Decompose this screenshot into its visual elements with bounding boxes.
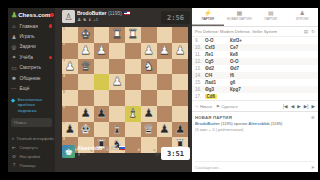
square-g7[interactable]: ♚ bbox=[78, 122, 94, 138]
move-number: 10. bbox=[195, 45, 205, 50]
white-queen[interactable]: ♛ bbox=[78, 59, 94, 74]
square-h2[interactable]: 2 bbox=[62, 43, 78, 59]
move-row: 12.Сg5O-O bbox=[192, 58, 318, 65]
задачи-icon: ◎ bbox=[11, 44, 17, 50]
opening-name-row: Pirc Defense: Modern Defense, Geller Sys… bbox=[192, 27, 318, 37]
square-a6[interactable] bbox=[172, 106, 188, 122]
us-flag-icon bbox=[124, 11, 130, 15]
sidebar-item-label: Задачи bbox=[20, 44, 36, 49]
главная-icon: ⌂ bbox=[11, 23, 17, 29]
square-a5[interactable] bbox=[172, 90, 188, 106]
chess-board[interactable]: 1♚♜♜2♟♟♟♟♟3♟♛♞4♟56♟♟♝♟7♟♚♝♛♟♟8hgf♜e♞dcba… bbox=[62, 27, 188, 153]
tab-icon: ▤ bbox=[255, 10, 287, 17]
opponent-avatar[interactable]: ♙ bbox=[62, 10, 75, 23]
square-g2[interactable]: ♟ bbox=[78, 43, 94, 59]
square-h7[interactable]: 7♟ bbox=[62, 122, 78, 138]
square-d6[interactable]: ♝ bbox=[125, 106, 141, 122]
tab-игроки[interactable]: ♟Игроки bbox=[287, 8, 319, 26]
chesscom-logo[interactable]: ♟ Chess.com bbox=[11, 10, 52, 21]
sidebar-footer-item[interactable]: ⚙Настройки bbox=[11, 152, 52, 161]
black-move[interactable]: Крg7 bbox=[230, 87, 255, 92]
move-row: 10.Сxf3Сe7 bbox=[192, 44, 318, 51]
white-move[interactable]: Сd6 bbox=[205, 94, 230, 99]
black-move[interactable]: O-O bbox=[230, 59, 255, 64]
square-g5[interactable] bbox=[78, 90, 94, 106]
notification-badge bbox=[49, 24, 53, 28]
rank-label: 1 bbox=[63, 28, 65, 32]
chat-area: НОВАЯ ПАРТИЯ ⚙ BrodoButter (1195) против… bbox=[192, 111, 318, 172]
player-username: Aleexxbbb bbox=[77, 145, 102, 151]
game-panel: ⚡Партия▦Новая партия▤Партии♟Игроки Pirc … bbox=[192, 8, 318, 172]
send-message-icon[interactable]: ➤ bbox=[311, 164, 315, 170]
square-h1[interactable]: 1 bbox=[62, 27, 78, 43]
square-e3[interactable] bbox=[109, 59, 125, 75]
square-f2[interactable]: ♟ bbox=[94, 43, 110, 59]
играть-icon: ♟ bbox=[11, 34, 17, 40]
square-b3[interactable] bbox=[157, 59, 173, 75]
white-move[interactable]: O-O bbox=[205, 38, 230, 43]
opponent-name[interactable]: BrodoButter (1195) bbox=[77, 10, 130, 16]
square-g4[interactable] bbox=[78, 74, 94, 90]
move-number: 12. bbox=[195, 59, 205, 64]
black-pawn[interactable]: ♟ bbox=[78, 106, 94, 121]
square-a1[interactable] bbox=[172, 27, 188, 43]
free-trial-label: Бесплатная пробная подписка bbox=[18, 97, 52, 114]
opponent-clock: 2:56 bbox=[161, 11, 190, 24]
общение-icon: ☻ bbox=[11, 75, 17, 81]
white-move[interactable]: Сxf3 bbox=[205, 45, 230, 50]
move-list: 9.O-OКxf3+10.Сxf3Сe711.Ле1Кe812.Сg5O-O13… bbox=[192, 37, 318, 100]
square-d3[interactable] bbox=[125, 59, 141, 75]
black-move[interactable]: Кxf3+ bbox=[230, 38, 255, 43]
square-c7[interactable]: ♛ bbox=[141, 122, 157, 138]
sidebar-item-label: Общение bbox=[20, 76, 41, 81]
rank-label: 6 bbox=[63, 106, 65, 110]
square-h6[interactable]: 6 bbox=[62, 106, 78, 122]
move-number: 9. bbox=[195, 38, 205, 43]
chesscom-app: ♟ Chess.com ⌂Главная♟Играть◎Задачи✦Учёба… bbox=[8, 8, 318, 172]
move-row: 11.Ле1Кe8 bbox=[192, 51, 318, 58]
square-c1[interactable] bbox=[141, 27, 157, 43]
square-f7[interactable] bbox=[94, 122, 110, 138]
opponent-rating: (1195) bbox=[108, 10, 122, 16]
tab-label: Партия bbox=[201, 17, 214, 21]
square-b6[interactable] bbox=[157, 106, 173, 122]
move-row: 15.Лad1g6 bbox=[192, 79, 318, 86]
sidebar: ♟ Chess.com ⌂Главная♟Играть◎Задачи✦Учёба… bbox=[8, 8, 55, 172]
footer-label: Тёмный интерфейс bbox=[16, 136, 54, 141]
white-rook[interactable]: ♜ bbox=[125, 27, 141, 42]
sidebar-item-общение[interactable]: ☻Общение bbox=[11, 73, 52, 83]
square-a2[interactable]: ♟ bbox=[172, 43, 188, 59]
tab-партии[interactable]: ▤Партии bbox=[255, 8, 287, 26]
rank-label: 4 bbox=[63, 75, 65, 79]
flip-board-icon[interactable]: ↻ bbox=[311, 29, 315, 34]
square-b2[interactable]: ♟ bbox=[157, 43, 173, 59]
square-f3[interactable] bbox=[94, 59, 110, 75]
chat-input[interactable]: Сообщение... bbox=[195, 165, 222, 170]
move-number: 11. bbox=[195, 52, 205, 57]
square-d1[interactable]: ♜ bbox=[125, 27, 141, 43]
tab-icon: ▦ bbox=[224, 10, 256, 17]
go-start-icon[interactable]: |◀ bbox=[283, 104, 288, 109]
player-captured-pieces: ♗ ♘ bbox=[77, 152, 125, 157]
player-name[interactable]: Aleexxbbb (1185) bbox=[77, 145, 125, 151]
white-rook[interactable]: ♜ bbox=[109, 27, 125, 42]
back-icon[interactable]: ◀ bbox=[291, 104, 295, 109]
footer-icon: ◑ bbox=[11, 136, 14, 141]
resign-button[interactable]: ⚑ Сдаться bbox=[216, 104, 237, 109]
opponent-name-link[interactable]: BrodoButter bbox=[195, 121, 220, 126]
square-d4[interactable] bbox=[125, 74, 141, 90]
black-pawn[interactable]: ♟ bbox=[172, 122, 188, 137]
half-point-icon: ½ bbox=[195, 104, 199, 109]
notification-badge bbox=[49, 56, 53, 60]
white-move[interactable]: Ле1 bbox=[205, 52, 230, 57]
square-b4[interactable] bbox=[157, 74, 173, 90]
move-row: 9.O-OКxf3+ bbox=[192, 37, 318, 44]
sidebar-footer-item[interactable]: ?Помощь bbox=[11, 161, 52, 170]
playback-controls: |◀◀▶▶|▶ bbox=[283, 104, 315, 109]
tab-новая-партия[interactable]: ▦Новая партия bbox=[224, 8, 256, 26]
white-pawn[interactable]: ♟ bbox=[78, 43, 94, 58]
tab-партия[interactable]: ⚡Партия bbox=[192, 8, 224, 26]
white-move[interactable]: Фg3 bbox=[205, 87, 230, 92]
square-e7[interactable]: ♝ bbox=[109, 122, 125, 138]
white-pawn[interactable]: ♟ bbox=[109, 74, 125, 89]
rank-label: 2 bbox=[63, 43, 65, 47]
square-d5[interactable] bbox=[125, 90, 141, 106]
square-e2[interactable] bbox=[109, 43, 125, 59]
move-number: 14. bbox=[195, 73, 205, 78]
diamond-icon: ◆ bbox=[11, 97, 15, 104]
square-f5[interactable] bbox=[94, 90, 110, 106]
white-pawn[interactable]: ♟ bbox=[94, 43, 110, 58]
white-move[interactable]: Сg5 bbox=[205, 59, 230, 64]
square-d7[interactable] bbox=[125, 122, 141, 138]
tab-label: Партии bbox=[264, 17, 277, 21]
rank-label: 8 bbox=[63, 138, 65, 142]
footer-label: Настройки bbox=[20, 154, 41, 159]
ещё-icon: ⋯ bbox=[11, 85, 17, 91]
move-row: 14.Сf4f6 bbox=[192, 72, 318, 79]
square-g3[interactable]: ♛ bbox=[78, 59, 94, 75]
white-move[interactable]: Фd2 bbox=[205, 66, 230, 71]
move-number: 13. bbox=[195, 66, 205, 71]
sidebar-item-смотреть[interactable]: ▭Смотреть bbox=[11, 63, 52, 73]
forward-icon[interactable]: ▶ bbox=[297, 104, 301, 109]
black-move[interactable]: Кe8 bbox=[230, 52, 255, 57]
footer-icon: ⚙ bbox=[11, 154, 17, 159]
square-b1[interactable] bbox=[157, 27, 173, 43]
sidebar-item-label: Ещё bbox=[20, 86, 30, 91]
tab-label: Новая партия bbox=[227, 17, 251, 21]
square-g6[interactable]: ♟ bbox=[78, 106, 94, 122]
black-move[interactable]: g6 bbox=[230, 80, 255, 85]
clock-icon: ◷ bbox=[155, 150, 159, 156]
смотреть-icon: ▭ bbox=[11, 65, 17, 71]
draw-offer-button[interactable]: ½ Ничья bbox=[195, 104, 212, 109]
square-b5[interactable] bbox=[157, 90, 173, 106]
sidebar-item-главная[interactable]: ⌂Главная bbox=[11, 21, 52, 31]
square-h5[interactable]: 5 bbox=[62, 90, 78, 106]
opponent-username: BrodoButter bbox=[77, 10, 106, 16]
square-f6[interactable]: ♟ bbox=[94, 106, 110, 122]
white-pawn[interactable]: ♟ bbox=[172, 43, 188, 58]
sidebar-footer: ◑Тёмный интерфейс⇤Свернуть⚙Настройки?Пом… bbox=[11, 134, 52, 170]
black-move[interactable]: f6 bbox=[230, 73, 255, 78]
square-d2[interactable] bbox=[125, 43, 141, 59]
sidebar-item-ещё[interactable]: ⋯Ещё bbox=[11, 83, 52, 93]
square-h3[interactable]: 3♟ bbox=[62, 59, 78, 75]
white-king[interactable]: ♚ bbox=[78, 27, 94, 42]
square-h4[interactable]: 4 bbox=[62, 74, 78, 90]
square-a4[interactable] bbox=[172, 74, 188, 90]
sidebar-menu: ⌂Главная♟Играть◎Задачи✦Учёба▭Смотреть☻Об… bbox=[11, 21, 52, 94]
sidebar-item-label: Смотреть bbox=[20, 65, 41, 70]
black-pawn[interactable]: ♟ bbox=[141, 106, 157, 121]
footer-label: Свернуть bbox=[20, 145, 38, 150]
chat-settings-icon[interactable]: ⚙ bbox=[311, 115, 315, 120]
square-c5[interactable] bbox=[141, 90, 157, 106]
player-avatar[interactable]: ♚ bbox=[62, 145, 75, 158]
black-pawn[interactable]: ♟ bbox=[157, 122, 173, 137]
logo-text: Chess.com bbox=[18, 12, 50, 18]
board-area: ♙ BrodoButter (1195) ♟ ♞ ♝ +1 2:56 1♚♜♜2… bbox=[55, 8, 192, 172]
black-move[interactable]: Сe7 bbox=[230, 45, 255, 50]
square-a3[interactable] bbox=[172, 59, 188, 75]
play-icon[interactable]: ▶ bbox=[311, 104, 315, 109]
square-c6[interactable]: ♟ bbox=[141, 106, 157, 122]
white-pawn[interactable]: ♟ bbox=[157, 43, 173, 58]
logo-notification-badge bbox=[50, 13, 54, 17]
sidebar-item-label: Играть bbox=[20, 34, 35, 39]
move-row: 13.Фd2Фd7 bbox=[192, 65, 318, 72]
white-knight[interactable]: ♞ bbox=[141, 59, 157, 74]
tab-icon: ⚡ bbox=[192, 10, 224, 17]
chat-game-header: НОВАЯ ПАРТИЯ ⚙ bbox=[195, 115, 315, 120]
tab-label: Игроки bbox=[296, 17, 308, 21]
footer-icon: ? bbox=[11, 163, 17, 168]
square-e6[interactable] bbox=[109, 106, 125, 122]
move-number: 15. bbox=[195, 80, 205, 85]
white-move[interactable]: Сf4 bbox=[205, 73, 230, 78]
rank-label: 7 bbox=[63, 122, 65, 126]
go-end-icon[interactable]: ▶| bbox=[304, 104, 309, 109]
chat-input-row: Сообщение... ➤ bbox=[195, 161, 315, 170]
black-queen[interactable]: ♛ bbox=[141, 122, 157, 137]
rank-label: 3 bbox=[63, 59, 65, 63]
move-row: 16.Фg3Крg7 bbox=[192, 86, 318, 93]
square-e5[interactable] bbox=[109, 90, 125, 106]
square-c3[interactable]: ♞ bbox=[141, 59, 157, 75]
opening-book-icon[interactable]: ▤ bbox=[304, 29, 308, 34]
game-controls: ½ Ничья ⚑ Сдаться |◀◀▶▶|▶ bbox=[192, 100, 318, 111]
square-b7[interactable]: ♟ bbox=[157, 122, 173, 138]
player-name-link[interactable]: Aleexxbbb bbox=[248, 121, 269, 126]
black-king[interactable]: ♚ bbox=[78, 122, 94, 137]
chat-game-settings: (5 мин + 0 | рейтинговая) bbox=[195, 127, 315, 133]
resign-flag-icon: ⚑ bbox=[216, 104, 220, 109]
free-trial-link[interactable]: ◆ Бесплатная пробная подписка bbox=[11, 94, 52, 117]
footer-label: Помощь bbox=[20, 163, 36, 168]
square-c4[interactable] bbox=[141, 74, 157, 90]
sidebar-item-задачи[interactable]: ◎Задачи bbox=[11, 42, 52, 52]
square-f1[interactable] bbox=[94, 27, 110, 43]
square-f4[interactable] bbox=[94, 74, 110, 90]
footer-icon: ⇤ bbox=[11, 145, 17, 150]
opponent-captured-pieces: ♟ ♞ ♝ +1 bbox=[77, 17, 130, 22]
sidebar-footer-item[interactable]: ◑Тёмный интерфейс bbox=[11, 134, 52, 143]
ru-flag-icon bbox=[119, 146, 125, 150]
white-move[interactable]: Лad1 bbox=[205, 80, 230, 85]
sidebar-item-label: Главная bbox=[20, 24, 38, 29]
white-pawn[interactable]: ♟ bbox=[141, 43, 157, 58]
black-bishop[interactable]: ♝ bbox=[109, 122, 125, 137]
pawn-logo-icon: ♟ bbox=[11, 11, 17, 19]
sidebar-item-учёба[interactable]: ✦Учёба bbox=[11, 52, 52, 62]
panel-tabs: ⚡Партия▦Новая партия▤Партии♟Игроки bbox=[192, 8, 318, 27]
sidebar-footer-item[interactable]: ⇤Свернуть bbox=[11, 143, 52, 152]
search-input[interactable]: Поиск bbox=[11, 118, 52, 127]
rank-label: 5 bbox=[63, 91, 65, 95]
move-number: 17. bbox=[195, 94, 205, 99]
tab-icon: ♟ bbox=[287, 10, 319, 17]
sidebar-item-label: Учёба bbox=[20, 55, 34, 60]
black-pawn[interactable]: ♟ bbox=[94, 106, 110, 121]
player-clock: 3:51 bbox=[161, 147, 190, 160]
player-rating: (1185) bbox=[104, 145, 118, 151]
move-row: 17.Сd6 bbox=[192, 93, 318, 100]
square-a7[interactable]: ♟ bbox=[172, 122, 188, 138]
учёба-icon: ✦ bbox=[11, 54, 17, 60]
square-e4[interactable]: ♟ bbox=[109, 74, 125, 90]
square-c2[interactable]: ♟ bbox=[141, 43, 157, 59]
sidebar-item-играть[interactable]: ♟Играть bbox=[11, 31, 52, 41]
square-e1[interactable]: ♜ bbox=[109, 27, 125, 43]
square-g1[interactable]: ♚ bbox=[78, 27, 94, 43]
opening-name: Pirc Defense: Modern Defense, Geller Sys… bbox=[195, 29, 277, 34]
black-move[interactable]: Фd7 bbox=[230, 66, 255, 71]
white-bishop[interactable]: ♝ bbox=[125, 106, 141, 121]
material-score: +1 bbox=[93, 17, 98, 22]
move-number: 16. bbox=[195, 87, 205, 92]
